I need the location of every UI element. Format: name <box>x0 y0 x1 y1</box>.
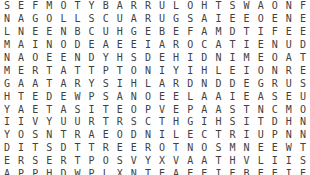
grid-cell[interactable]: S <box>296 77 310 90</box>
grid-cell[interactable]: I <box>14 116 28 129</box>
grid-cell[interactable]: N <box>56 26 70 39</box>
grid-cell[interactable]: T <box>14 90 28 103</box>
grid-cell[interactable]: A <box>282 52 296 65</box>
grid-cell[interactable]: N <box>282 129 296 142</box>
grid-cell[interactable]: V <box>240 155 254 168</box>
grid-cell[interactable]: I <box>254 26 268 39</box>
grid-cell[interactable]: T <box>56 129 70 142</box>
grid-cell[interactable]: M <box>0 39 14 52</box>
grid-cell[interactable]: B <box>70 26 84 39</box>
grid-cell[interactable]: S <box>183 13 197 26</box>
grid-cell[interactable]: F <box>268 26 282 39</box>
grid-cell[interactable]: A <box>197 155 211 168</box>
grid-cell[interactable]: T <box>70 64 84 77</box>
grid-cell[interactable]: Y <box>141 155 155 168</box>
grid-cell[interactable]: R <box>70 129 84 142</box>
grid-cell[interactable]: F <box>28 0 42 13</box>
grid-cell[interactable]: F <box>183 26 197 39</box>
grid-cell[interactable]: E <box>113 39 127 52</box>
grid-cell[interactable]: P <box>85 155 99 168</box>
grid-cell[interactable]: E <box>225 168 239 175</box>
grid-cell[interactable]: E <box>113 103 127 116</box>
grid-cell[interactable]: P <box>183 103 197 116</box>
grid-cell[interactable]: A <box>169 168 183 175</box>
grid-cell[interactable]: E <box>14 64 28 77</box>
grid-cell[interactable]: E <box>141 26 155 39</box>
grid-cell[interactable]: O <box>42 13 56 26</box>
grid-cell[interactable]: N <box>141 129 155 142</box>
grid-cell[interactable]: N <box>183 142 197 155</box>
grid-cell[interactable]: Y <box>99 52 113 65</box>
grid-cell[interactable]: P <box>28 168 42 175</box>
grid-cell[interactable]: D <box>70 39 84 52</box>
grid-cell[interactable]: T <box>99 103 113 116</box>
grid-cell[interactable]: D <box>183 77 197 90</box>
grid-cell[interactable]: S <box>0 0 14 13</box>
grid-cell[interactable]: O <box>99 155 113 168</box>
grid-cell[interactable]: R <box>141 142 155 155</box>
grid-cell[interactable]: T <box>296 142 310 155</box>
grid-cell[interactable]: S <box>99 77 113 90</box>
grid-cell[interactable]: E <box>28 26 42 39</box>
grid-cell[interactable]: E <box>183 129 197 142</box>
grid-cell[interactable]: I <box>197 116 211 129</box>
grid-cell[interactable]: O <box>56 39 70 52</box>
grid-cell[interactable]: O <box>197 142 211 155</box>
grid-cell[interactable]: D <box>56 168 70 175</box>
grid-cell[interactable]: L <box>211 64 225 77</box>
grid-cell[interactable]: R <box>141 0 155 13</box>
grid-cell[interactable]: E <box>225 13 239 26</box>
grid-cell[interactable]: T <box>28 142 42 155</box>
grid-cell[interactable]: E <box>42 52 56 65</box>
grid-cell[interactable]: R <box>225 129 239 142</box>
grid-cell[interactable]: W <box>282 142 296 155</box>
grid-cell[interactable]: Y <box>0 129 14 142</box>
grid-cell[interactable]: N <box>14 26 28 39</box>
grid-cell[interactable]: T <box>85 142 99 155</box>
grid-cell[interactable]: E <box>14 0 28 13</box>
grid-cell[interactable]: H <box>211 116 225 129</box>
grid-cell[interactable]: H <box>197 0 211 13</box>
grid-cell[interactable]: I <box>141 39 155 52</box>
grid-cell[interactable]: E <box>127 39 141 52</box>
grid-cell[interactable]: A <box>14 13 28 26</box>
grid-cell[interactable]: D <box>42 90 56 103</box>
grid-cell[interactable]: T <box>141 168 155 175</box>
grid-cell[interactable]: E <box>282 26 296 39</box>
grid-cell[interactable]: A <box>113 0 127 13</box>
grid-cell[interactable]: P <box>141 103 155 116</box>
grid-cell[interactable]: V <box>169 155 183 168</box>
grid-cell[interactable]: T <box>296 52 310 65</box>
grid-cell[interactable]: S <box>28 129 42 142</box>
grid-cell[interactable]: R <box>28 64 42 77</box>
grid-cell[interactable]: A <box>197 13 211 26</box>
grid-cell[interactable]: O <box>113 129 127 142</box>
grid-cell[interactable]: I <box>240 129 254 142</box>
grid-cell[interactable]: N <box>254 103 268 116</box>
grid-cell[interactable]: Y <box>0 103 14 116</box>
grid-cell[interactable]: N <box>141 64 155 77</box>
grid-cell[interactable]: X <box>155 155 169 168</box>
grid-cell[interactable]: G <box>28 13 42 26</box>
grid-cell[interactable]: E <box>155 52 169 65</box>
grid-cell[interactable]: R <box>56 155 70 168</box>
grid-cell[interactable]: H <box>113 26 127 39</box>
grid-cell[interactable]: A <box>28 77 42 90</box>
grid-cell[interactable]: N <box>268 39 282 52</box>
grid-cell[interactable]: I <box>85 103 99 116</box>
grid-cell[interactable]: R <box>14 155 28 168</box>
grid-cell[interactable]: Y <box>85 77 99 90</box>
grid-cell[interactable]: T <box>42 77 56 90</box>
grid-cell[interactable]: T <box>70 0 84 13</box>
grid-cell[interactable]: A <box>85 129 99 142</box>
grid-cell[interactable]: U <box>56 116 70 129</box>
grid-cell[interactable]: E <box>254 39 268 52</box>
grid-cell[interactable]: O <box>14 129 28 142</box>
grid-cell[interactable]: O <box>268 0 282 13</box>
grid-cell[interactable]: A <box>14 39 28 52</box>
grid-cell[interactable]: E <box>155 168 169 175</box>
grid-cell[interactable]: H <box>113 52 127 65</box>
grid-cell[interactable]: E <box>225 64 239 77</box>
grid-cell[interactable]: D <box>85 52 99 65</box>
grid-cell[interactable]: A <box>183 155 197 168</box>
grid-cell[interactable]: T <box>169 142 183 155</box>
grid-cell[interactable]: N <box>240 142 254 155</box>
grid-cell[interactable]: N <box>42 129 56 142</box>
grid-cell[interactable]: M <box>240 52 254 65</box>
grid-cell[interactable]: I <box>225 90 239 103</box>
grid-cell[interactable]: I <box>0 116 14 129</box>
grid-cell[interactable]: I <box>155 64 169 77</box>
grid-cell[interactable]: D <box>141 52 155 65</box>
grid-cell[interactable]: M <box>211 26 225 39</box>
grid-cell[interactable]: E <box>296 13 310 26</box>
grid-cell[interactable]: E <box>127 142 141 155</box>
grid-cell[interactable]: A <box>197 90 211 103</box>
grid-cell[interactable]: C <box>197 39 211 52</box>
grid-cell[interactable]: E <box>85 39 99 52</box>
grid-cell[interactable]: O <box>56 0 70 13</box>
grid-cell[interactable]: N <box>0 52 14 65</box>
grid-cell[interactable]: W <box>240 0 254 13</box>
grid-cell[interactable]: U <box>155 13 169 26</box>
grid-cell[interactable]: A <box>155 39 169 52</box>
grid-cell[interactable]: L <box>169 0 183 13</box>
grid-cell[interactable]: U <box>282 39 296 52</box>
grid-cell[interactable]: H <box>42 168 56 175</box>
grid-cell[interactable]: V <box>127 155 141 168</box>
grid-cell[interactable]: H <box>169 116 183 129</box>
grid-cell[interactable]: T <box>113 64 127 77</box>
grid-cell[interactable]: V <box>28 116 42 129</box>
grid-cell[interactable]: I <box>14 142 28 155</box>
grid-cell[interactable]: V <box>155 103 169 116</box>
grid-cell[interactable]: T <box>70 142 84 155</box>
grid-cell[interactable]: E <box>42 26 56 39</box>
grid-cell[interactable]: H <box>127 77 141 90</box>
grid-cell[interactable]: O <box>127 64 141 77</box>
grid-cell[interactable]: I <box>282 168 296 175</box>
grid-cell[interactable]: N <box>197 77 211 90</box>
grid-cell[interactable]: H <box>0 90 14 103</box>
grid-cell[interactable]: T <box>225 39 239 52</box>
grid-cell[interactable]: L <box>0 26 14 39</box>
grid-cell[interactable]: S <box>127 52 141 65</box>
grid-cell[interactable]: D <box>197 52 211 65</box>
grid-cell[interactable]: N <box>42 39 56 52</box>
grid-cell[interactable]: U <box>155 0 169 13</box>
grid-cell[interactable]: E <box>56 52 70 65</box>
grid-cell[interactable]: G <box>169 13 183 26</box>
grid-cell[interactable]: G <box>254 77 268 90</box>
grid-cell[interactable]: H <box>225 155 239 168</box>
grid-cell[interactable]: I <box>240 64 254 77</box>
grid-cell[interactable]: P <box>85 90 99 103</box>
grid-cell[interactable]: E <box>113 142 127 155</box>
grid-cell[interactable]: A <box>14 77 28 90</box>
grid-cell[interactable]: U <box>99 26 113 39</box>
grid-cell[interactable]: G <box>183 116 197 129</box>
grid-cell[interactable]: I <box>183 64 197 77</box>
grid-cell[interactable]: D <box>0 142 14 155</box>
grid-cell[interactable]: S <box>225 0 239 13</box>
grid-cell[interactable]: O <box>268 52 282 65</box>
grid-cell[interactable]: A <box>197 26 211 39</box>
grid-cell[interactable]: L <box>183 90 197 103</box>
grid-cell[interactable]: R <box>70 77 84 90</box>
grid-cell[interactable]: O <box>28 52 42 65</box>
grid-cell[interactable]: H <box>282 116 296 129</box>
grid-cell[interactable]: A <box>197 103 211 116</box>
grid-cell[interactable]: T <box>240 103 254 116</box>
grid-cell[interactable]: H <box>197 64 211 77</box>
grid-cell[interactable]: U <box>70 116 84 129</box>
grid-cell[interactable]: E <box>28 103 42 116</box>
grid-cell[interactable]: R <box>127 0 141 13</box>
grid-cell[interactable]: E <box>169 26 183 39</box>
grid-cell[interactable]: A <box>211 90 225 103</box>
grid-cell[interactable]: L <box>56 13 70 26</box>
grid-cell[interactable]: N <box>282 0 296 13</box>
grid-cell[interactable]: A <box>211 103 225 116</box>
grid-cell[interactable]: Y <box>85 0 99 13</box>
grid-cell[interactable]: A <box>56 77 70 90</box>
grid-cell[interactable]: U <box>113 13 127 26</box>
grid-cell[interactable]: E <box>169 103 183 116</box>
grid-cell[interactable]: E <box>240 77 254 90</box>
grid-cell[interactable]: I <box>183 52 197 65</box>
grid-cell[interactable]: A <box>127 13 141 26</box>
grid-cell[interactable]: C <box>141 116 155 129</box>
grid-cell[interactable]: O <box>254 13 268 26</box>
grid-cell[interactable]: R <box>141 13 155 26</box>
grid-cell[interactable]: A <box>14 103 28 116</box>
grid-cell[interactable]: R <box>169 77 183 90</box>
grid-cell[interactable]: I <box>240 116 254 129</box>
grid-cell[interactable]: E <box>268 142 282 155</box>
grid-cell[interactable]: E <box>254 142 268 155</box>
grid-cell[interactable]: A <box>56 103 70 116</box>
grid-cell[interactable]: M <box>225 142 239 155</box>
grid-cell[interactable]: T <box>211 0 225 13</box>
grid-cell[interactable]: E <box>28 90 42 103</box>
grid-cell[interactable]: T <box>42 103 56 116</box>
grid-cell[interactable]: H <box>169 52 183 65</box>
grid-cell[interactable]: E <box>99 129 113 142</box>
grid-cell[interactable]: S <box>70 103 84 116</box>
grid-cell[interactable]: O <box>183 39 197 52</box>
grid-cell[interactable]: E <box>240 13 254 26</box>
grid-cell[interactable]: M <box>42 0 56 13</box>
grid-cell[interactable]: Y <box>169 64 183 77</box>
grid-cell[interactable]: L <box>169 129 183 142</box>
grid-cell[interactable]: B <box>155 26 169 39</box>
grid-cell[interactable]: M <box>0 64 14 77</box>
grid-cell[interactable]: T <box>211 155 225 168</box>
grid-cell[interactable]: P <box>268 129 282 142</box>
grid-cell[interactable]: S <box>296 155 310 168</box>
grid-cell[interactable]: A <box>56 64 70 77</box>
grid-cell[interactable]: E <box>56 90 70 103</box>
grid-cell[interactable]: C <box>99 13 113 26</box>
grid-cell[interactable]: I <box>155 129 169 142</box>
grid-cell[interactable]: E <box>296 168 310 175</box>
grid-cell[interactable]: E <box>240 90 254 103</box>
grid-cell[interactable]: Y <box>42 116 56 129</box>
grid-cell[interactable]: E <box>197 168 211 175</box>
grid-cell[interactable]: N <box>211 52 225 65</box>
grid-cell[interactable]: I <box>113 77 127 90</box>
grid-cell[interactable]: L <box>141 77 155 90</box>
grid-cell[interactable]: D <box>127 129 141 142</box>
grid-cell[interactable]: W <box>70 90 84 103</box>
grid-cell[interactable]: B <box>240 168 254 175</box>
grid-cell[interactable]: I <box>282 155 296 168</box>
grid-cell[interactable]: A <box>14 52 28 65</box>
grid-cell[interactable]: P <box>14 168 28 175</box>
grid-cell[interactable]: D <box>225 26 239 39</box>
grid-cell[interactable]: D <box>56 142 70 155</box>
grid-cell[interactable]: B <box>99 0 113 13</box>
grid-cell[interactable]: T <box>254 116 268 129</box>
grid-cell[interactable]: E <box>183 168 197 175</box>
grid-cell[interactable]: R <box>85 116 99 129</box>
grid-cell[interactable]: S <box>28 155 42 168</box>
grid-cell[interactable]: R <box>99 142 113 155</box>
grid-cell[interactable]: N <box>296 116 310 129</box>
grid-cell[interactable]: I <box>211 168 225 175</box>
grid-cell[interactable]: S <box>42 142 56 155</box>
grid-cell[interactable]: A <box>254 90 268 103</box>
grid-cell[interactable]: U <box>282 77 296 90</box>
grid-cell[interactable]: S <box>113 155 127 168</box>
grid-cell[interactable]: N <box>296 129 310 142</box>
grid-cell[interactable]: R <box>282 64 296 77</box>
grid-cell[interactable]: I <box>268 155 282 168</box>
grid-cell[interactable]: L <box>99 168 113 175</box>
grid-cell[interactable]: A <box>155 77 169 90</box>
grid-cell[interactable]: E <box>169 90 183 103</box>
grid-cell[interactable]: T <box>240 26 254 39</box>
grid-cell[interactable]: T <box>155 116 169 129</box>
grid-cell[interactable]: S <box>85 13 99 26</box>
grid-cell[interactable]: E <box>296 64 310 77</box>
grid-cell[interactable]: E <box>0 155 14 168</box>
grid-cell[interactable]: N <box>127 90 141 103</box>
grid-cell[interactable]: A <box>113 90 127 103</box>
grid-cell[interactable]: E <box>155 90 169 103</box>
grid-cell[interactable]: L <box>254 155 268 168</box>
grid-cell[interactable]: U <box>296 90 310 103</box>
grid-cell[interactable]: X <box>113 168 127 175</box>
grid-cell[interactable]: R <box>113 116 127 129</box>
grid-cell[interactable]: F <box>296 0 310 13</box>
grid-cell[interactable]: O <box>127 103 141 116</box>
grid-cell[interactable]: T <box>85 64 99 77</box>
grid-cell[interactable]: R <box>169 39 183 52</box>
grid-cell[interactable]: N <box>70 52 84 65</box>
grid-cell[interactable]: N <box>127 168 141 175</box>
grid-cell[interactable]: S <box>268 90 282 103</box>
grid-cell[interactable]: E <box>254 52 268 65</box>
grid-cell[interactable]: G <box>0 77 14 90</box>
grid-cell[interactable]: G <box>127 26 141 39</box>
grid-cell[interactable]: E <box>268 13 282 26</box>
grid-cell[interactable]: E <box>42 155 56 168</box>
grid-cell[interactable]: T <box>211 129 225 142</box>
grid-cell[interactable]: S <box>225 116 239 129</box>
grid-cell[interactable]: C <box>268 103 282 116</box>
grid-cell[interactable]: E <box>268 168 282 175</box>
grid-cell[interactable]: U <box>254 129 268 142</box>
grid-cell[interactable]: A <box>99 39 113 52</box>
grid-cell[interactable]: I <box>28 39 42 52</box>
grid-cell[interactable]: S <box>225 103 239 116</box>
grid-cell[interactable]: N <box>282 13 296 26</box>
grid-cell[interactable]: T <box>70 155 84 168</box>
grid-cell[interactable]: I <box>240 39 254 52</box>
grid-cell[interactable]: D <box>225 77 239 90</box>
grid-cell[interactable]: N <box>0 13 14 26</box>
grid-cell[interactable]: R <box>268 77 282 90</box>
grid-cell[interactable]: P <box>99 64 113 77</box>
grid-cell[interactable]: I <box>211 13 225 26</box>
grid-cell[interactable]: C <box>197 129 211 142</box>
grid-cell[interactable]: D <box>296 39 310 52</box>
grid-cell[interactable]: D <box>268 116 282 129</box>
grid-cell[interactable]: O <box>183 0 197 13</box>
grid-cell[interactable]: N <box>268 64 282 77</box>
grid-cell[interactable]: A <box>211 39 225 52</box>
grid-cell[interactable]: A <box>254 0 268 13</box>
grid-cell[interactable]: P <box>85 168 99 175</box>
grid-cell[interactable]: S <box>211 142 225 155</box>
grid-cell[interactable]: S <box>127 116 141 129</box>
grid-cell[interactable]: A <box>0 168 14 175</box>
grid-cell[interactable]: O <box>155 142 169 155</box>
grid-cell[interactable]: L <box>70 13 84 26</box>
grid-cell[interactable]: E <box>296 26 310 39</box>
grid-cell[interactable]: E <box>254 168 268 175</box>
grid-cell[interactable]: O <box>296 103 310 116</box>
grid-cell[interactable]: D <box>211 77 225 90</box>
grid-cell[interactable]: M <box>282 103 296 116</box>
grid-cell[interactable]: S <box>99 90 113 103</box>
